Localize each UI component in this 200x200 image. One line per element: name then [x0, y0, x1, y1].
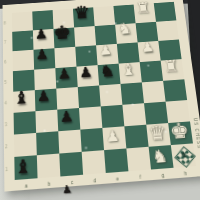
board-brand-text: US CHESS [193, 118, 200, 149]
square-d2[interactable] [80, 128, 104, 152]
square-h2[interactable]: ♚ [168, 121, 193, 145]
square-a8[interactable] [12, 12, 33, 32]
white-rook-h5[interactable]: ♜ [162, 57, 180, 75]
black-pawn-b4[interactable]: ♟ [37, 89, 51, 104]
square-c4[interactable] [56, 87, 79, 110]
square-e8[interactable] [93, 6, 115, 26]
file-label-g: g [151, 171, 174, 179]
square-e2[interactable]: ♟ [102, 126, 126, 150]
square-b2[interactable] [36, 131, 59, 155]
square-h7[interactable] [156, 20, 179, 41]
file-label-f: f [129, 173, 152, 181]
file-label-h: h [174, 169, 197, 177]
rank-label-6: 6 [4, 52, 7, 72]
file-label-b: b [38, 180, 61, 188]
rank-label-1: 1 [5, 157, 8, 180]
square-a1[interactable]: ♝ [14, 155, 37, 180]
square-f2[interactable] [124, 125, 148, 149]
square-b6[interactable]: ♟ [33, 48, 55, 69]
square-c1[interactable] [59, 152, 83, 177]
square-d8[interactable]: ♛ [73, 7, 95, 27]
black-knight-e5[interactable]: ♞ [99, 62, 115, 79]
square-g4[interactable] [142, 81, 166, 103]
square-d1[interactable] [82, 150, 106, 175]
white-queen-g2[interactable]: ♛ [147, 122, 167, 143]
rank-label-4: 4 [4, 92, 7, 113]
photo-scene: ♛♜♟♚♞♟♟♟♟♟♞♝♜♝♟♟♟♛♚♝♞ abcdefgh 12345678 … [0, 0, 200, 200]
square-e1[interactable] [104, 148, 128, 173]
square-e4[interactable] [99, 84, 122, 106]
rank-label-8: 8 [4, 13, 7, 32]
black-king-c7[interactable]: ♚ [53, 23, 72, 43]
black-pawn-c3[interactable]: ♟ [59, 109, 73, 125]
square-a6[interactable] [13, 50, 35, 71]
square-e5[interactable]: ♞ [98, 64, 121, 86]
square-c7[interactable]: ♚ [54, 27, 76, 48]
file-label-e: e [106, 174, 129, 182]
file-label-a: a [15, 181, 38, 189]
rank-label-3: 3 [5, 113, 8, 135]
square-d5[interactable]: ♟ [76, 65, 99, 87]
square-a4[interactable]: ♝ [13, 90, 35, 113]
square-h5[interactable]: ♜ [161, 59, 185, 81]
square-b3[interactable] [35, 110, 58, 133]
rank-label-7: 7 [4, 32, 7, 52]
chess-board: ♛♜♟♚♞♟♟♟♟♟♞♝♜♝♟♟♟♛♚♝♞ abcdefgh 12345678 … [3, 0, 200, 192]
square-h8[interactable] [154, 2, 177, 22]
square-f3[interactable] [122, 103, 146, 126]
logo-knight-icon: ♞ [180, 150, 188, 160]
square-g1[interactable]: ♞ [149, 145, 174, 169]
black-bishop-a4[interactable]: ♝ [14, 89, 30, 107]
file-label-d: d [83, 176, 106, 184]
dust-speckles [3, 5, 4, 6]
board-grid: ♛♜♟♚♞♟♟♟♟♟♞♝♜♝♟♟♟♛♚♝♞ [12, 2, 196, 180]
square-h4[interactable] [163, 79, 187, 101]
square-d3[interactable] [79, 106, 102, 129]
square-f4[interactable] [120, 82, 144, 104]
captured-piece[interactable]: ♟ [61, 184, 72, 196]
square-a7[interactable] [12, 30, 33, 51]
square-g8[interactable]: ♜ [134, 3, 156, 23]
white-bishop-f5[interactable]: ♝ [120, 60, 137, 78]
square-a3[interactable] [14, 111, 37, 134]
square-e3[interactable] [101, 105, 125, 128]
white-knight-g1[interactable]: ♞ [151, 146, 168, 165]
square-d4[interactable] [78, 85, 101, 108]
square-f1[interactable] [126, 147, 151, 171]
black-pawn-b7[interactable]: ♟ [35, 27, 48, 41]
square-g2[interactable]: ♛ [146, 123, 171, 147]
square-d7[interactable] [74, 26, 96, 47]
square-f7[interactable]: ♞ [115, 23, 137, 44]
white-pawn-g6[interactable]: ♟ [140, 40, 154, 54]
square-b1[interactable] [37, 154, 61, 179]
square-c2[interactable] [58, 130, 81, 154]
white-knight-f7[interactable]: ♞ [117, 21, 133, 37]
black-queen-d8[interactable]: ♛ [73, 3, 91, 21]
rank-labels: 12345678 [4, 13, 8, 180]
rank-label-2: 2 [5, 135, 8, 158]
black-bishop-a1[interactable]: ♝ [15, 156, 32, 176]
square-c3[interactable]: ♟ [57, 108, 80, 131]
white-rook-g8[interactable]: ♜ [135, 0, 152, 16]
square-a2[interactable] [14, 133, 37, 157]
square-c5[interactable]: ♟ [55, 67, 77, 89]
white-king-h2[interactable]: ♚ [169, 120, 190, 142]
square-g6[interactable]: ♟ [138, 41, 161, 62]
black-pawn-d5[interactable]: ♟ [79, 65, 93, 80]
black-pawn-b6[interactable]: ♟ [35, 47, 48, 61]
square-g5[interactable] [140, 61, 163, 83]
square-f5[interactable]: ♝ [119, 62, 142, 84]
white-pawn-e2[interactable]: ♟ [105, 128, 120, 144]
square-b4[interactable]: ♟ [35, 89, 57, 112]
black-pawn-c5[interactable]: ♟ [57, 66, 71, 81]
white-pawn-e6[interactable]: ♟ [99, 43, 113, 57]
rank-label-5: 5 [4, 72, 7, 93]
